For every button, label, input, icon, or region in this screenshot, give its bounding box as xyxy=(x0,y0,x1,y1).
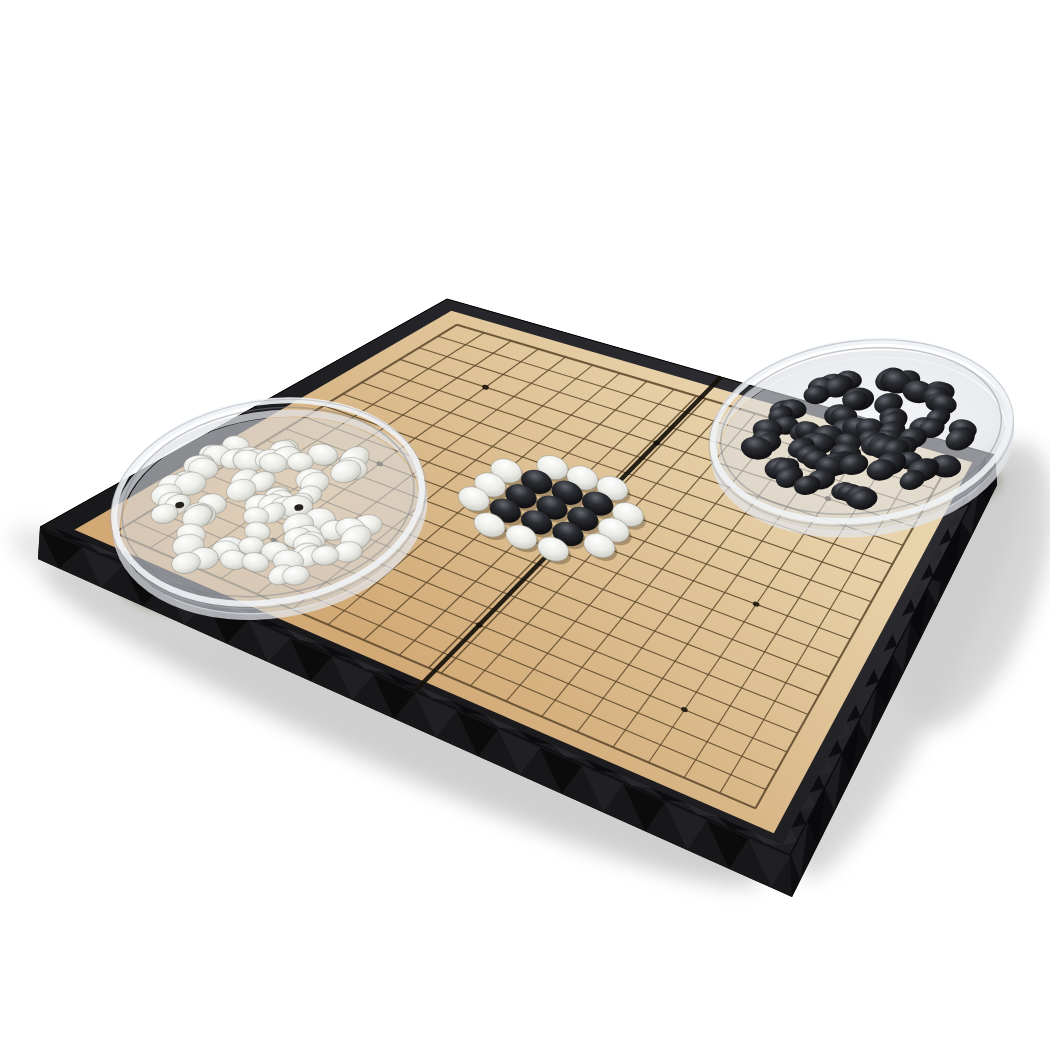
go-set-scene xyxy=(0,0,1050,1050)
product-photo-stage xyxy=(0,0,1050,1050)
white-stone xyxy=(311,545,339,566)
